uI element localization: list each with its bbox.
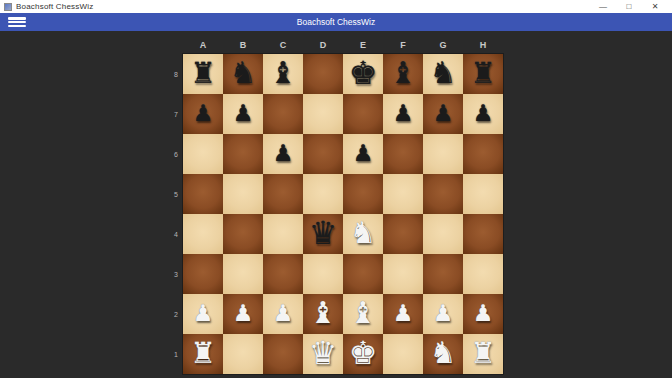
square-f8[interactable]: ♝ (383, 54, 423, 94)
rank-labels: 87654321 (171, 54, 183, 374)
square-d6[interactable] (303, 134, 343, 174)
square-h5[interactable] (463, 174, 503, 214)
square-a2[interactable]: ♟ (183, 294, 223, 334)
rank-label-8: 8 (171, 54, 183, 94)
minimize-button[interactable]: — (590, 0, 616, 13)
square-c5[interactable] (263, 174, 303, 214)
square-b2[interactable]: ♟ (223, 294, 263, 334)
square-e3[interactable] (343, 254, 383, 294)
square-h1[interactable]: ♜ (463, 334, 503, 374)
piece-bR-a8[interactable]: ♜ (190, 53, 216, 93)
piece-wR-a1[interactable]: ♜ (190, 333, 216, 373)
square-e2[interactable]: ♝ (343, 294, 383, 334)
os-titlebar: Boachsoft ChessWiz — □ ✕ (0, 0, 672, 13)
square-d8[interactable] (303, 54, 343, 94)
piece-wB-d2[interactable]: ♝ (310, 293, 337, 333)
maximize-button[interactable]: □ (616, 0, 642, 13)
app-header-bar: Boachsoft ChessWiz (0, 13, 672, 31)
square-g6[interactable] (423, 134, 463, 174)
square-a7[interactable]: ♟ (183, 94, 223, 134)
square-h2[interactable]: ♟ (463, 294, 503, 334)
file-labels: ABCDEFGH (183, 39, 503, 54)
file-label-h: H (463, 39, 503, 54)
square-c3[interactable] (263, 254, 303, 294)
square-c4[interactable] (263, 214, 303, 254)
square-h3[interactable] (463, 254, 503, 294)
app-window: Boachsoft ChessWiz — □ ✕ Boachsoft Chess… (0, 0, 672, 378)
square-f7[interactable]: ♟ (383, 94, 423, 134)
rank-label-2: 2 (171, 294, 183, 334)
square-b6[interactable] (223, 134, 263, 174)
piece-bP-e6[interactable]: ♟ (353, 133, 374, 173)
square-a5[interactable] (183, 174, 223, 214)
piece-bK-e8[interactable]: ♚ (349, 53, 378, 93)
piece-bN-g8[interactable]: ♞ (430, 53, 457, 93)
piece-bQ-d4[interactable]: ♛ (309, 213, 338, 253)
square-e6[interactable]: ♟ (343, 134, 383, 174)
piece-wQ-d1[interactable]: ♛ (309, 333, 338, 373)
square-a4[interactable] (183, 214, 223, 254)
piece-bP-b7[interactable]: ♟ (233, 93, 254, 133)
square-h6[interactable] (463, 134, 503, 174)
piece-wP-a2[interactable]: ♟ (193, 293, 214, 333)
piece-bP-f7[interactable]: ♟ (393, 93, 414, 133)
file-label-b: B (223, 39, 263, 54)
rank-label-3: 3 (171, 254, 183, 294)
square-a6[interactable] (183, 134, 223, 174)
square-a8[interactable]: ♜ (183, 54, 223, 94)
square-e4[interactable]: ♞ (343, 214, 383, 254)
file-label-a: A (183, 39, 223, 54)
piece-wP-f2[interactable]: ♟ (393, 293, 414, 333)
piece-bP-g7[interactable]: ♟ (433, 93, 454, 133)
piece-wR-h1[interactable]: ♜ (470, 333, 496, 373)
square-h4[interactable] (463, 214, 503, 254)
rank-label-7: 7 (171, 94, 183, 134)
square-c7[interactable] (263, 94, 303, 134)
piece-wP-c2[interactable]: ♟ (273, 293, 294, 333)
file-label-e: E (343, 39, 383, 54)
square-b8[interactable]: ♞ (223, 54, 263, 94)
square-g5[interactable] (423, 174, 463, 214)
square-f6[interactable] (383, 134, 423, 174)
square-f5[interactable] (383, 174, 423, 214)
piece-wK-e1[interactable]: ♚ (349, 333, 378, 373)
piece-bB-f8[interactable]: ♝ (390, 53, 417, 93)
square-b4[interactable] (223, 214, 263, 254)
square-g3[interactable] (423, 254, 463, 294)
rank-label-6: 6 (171, 134, 183, 174)
file-label-g: G (423, 39, 463, 54)
square-c1[interactable] (263, 334, 303, 374)
piece-wP-g2[interactable]: ♟ (433, 293, 454, 333)
window-controls: — □ ✕ (590, 0, 668, 13)
piece-bR-h8[interactable]: ♜ (470, 53, 496, 93)
square-g7[interactable]: ♟ (423, 94, 463, 134)
square-e8[interactable]: ♚ (343, 54, 383, 94)
square-b1[interactable] (223, 334, 263, 374)
file-label-c: C (263, 39, 303, 54)
app-icon (4, 3, 12, 11)
square-b7[interactable]: ♟ (223, 94, 263, 134)
piece-wP-h2[interactable]: ♟ (473, 293, 494, 333)
window-title: Boachsoft ChessWiz (16, 2, 93, 11)
square-d1[interactable]: ♛ (303, 334, 343, 374)
square-e5[interactable] (343, 174, 383, 214)
square-a3[interactable] (183, 254, 223, 294)
piece-bP-c6[interactable]: ♟ (273, 133, 294, 173)
square-f1[interactable] (383, 334, 423, 374)
square-g8[interactable]: ♞ (423, 54, 463, 94)
square-e7[interactable] (343, 94, 383, 134)
app-title: Boachsoft ChessWiz (0, 17, 672, 27)
rank-label-1: 1 (171, 334, 183, 374)
square-c8[interactable]: ♝ (263, 54, 303, 94)
piece-wP-b2[interactable]: ♟ (233, 293, 254, 333)
square-h7[interactable]: ♟ (463, 94, 503, 134)
piece-bB-c8[interactable]: ♝ (270, 53, 297, 93)
square-d4[interactable]: ♛ (303, 214, 343, 254)
piece-bP-h7[interactable]: ♟ (473, 93, 494, 133)
piece-bP-a7[interactable]: ♟ (193, 93, 214, 133)
square-a1[interactable]: ♜ (183, 334, 223, 374)
square-f4[interactable] (383, 214, 423, 254)
square-f3[interactable] (383, 254, 423, 294)
square-g4[interactable] (423, 214, 463, 254)
main-area: ABCDEFGH 87654321 ♜♞♝♚♝♞♜♟♟♟♟♟♟♟♛♞♟♟♟♝♝♟… (0, 31, 672, 378)
close-button[interactable]: ✕ (642, 0, 668, 13)
chess-board: ♜♞♝♚♝♞♜♟♟♟♟♟♟♟♛♞♟♟♟♝♝♟♟♟♜♛♚♞♜ (183, 54, 503, 374)
piece-wN-g1[interactable]: ♞ (430, 333, 457, 373)
piece-wB-e2[interactable]: ♝ (350, 293, 377, 333)
square-d5[interactable] (303, 174, 343, 214)
square-d7[interactable] (303, 94, 343, 134)
rank-label-5: 5 (171, 174, 183, 214)
square-c2[interactable]: ♟ (263, 294, 303, 334)
square-d3[interactable] (303, 254, 343, 294)
square-b5[interactable] (223, 174, 263, 214)
square-f2[interactable]: ♟ (383, 294, 423, 334)
square-d2[interactable]: ♝ (303, 294, 343, 334)
piece-bN-b8[interactable]: ♞ (230, 53, 257, 93)
board-area: ABCDEFGH 87654321 ♜♞♝♚♝♞♜♟♟♟♟♟♟♟♛♞♟♟♟♝♝♟… (171, 39, 503, 374)
square-b3[interactable] (223, 254, 263, 294)
square-g1[interactable]: ♞ (423, 334, 463, 374)
square-e1[interactable]: ♚ (343, 334, 383, 374)
rank-label-4: 4 (171, 214, 183, 254)
square-h8[interactable]: ♜ (463, 54, 503, 94)
file-label-d: D (303, 39, 343, 54)
piece-wN-e4[interactable]: ♞ (350, 213, 377, 253)
square-c6[interactable]: ♟ (263, 134, 303, 174)
file-label-f: F (383, 39, 423, 54)
square-g2[interactable]: ♟ (423, 294, 463, 334)
